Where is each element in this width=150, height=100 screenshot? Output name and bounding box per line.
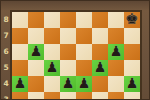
square-h4[interactable]: ♟: [124, 76, 140, 92]
square-g8[interactable]: [108, 12, 124, 28]
rank-label-4: 4: [1, 76, 11, 92]
black-pawn[interactable]: ♟: [60, 75, 76, 91]
black-pawn[interactable]: ♟: [44, 59, 60, 75]
square-b7[interactable]: [28, 28, 44, 44]
black-pawn[interactable]: ♟: [76, 75, 92, 91]
square-c5[interactable]: ♟: [44, 60, 60, 76]
square-e6[interactable]: [76, 44, 92, 60]
square-b4[interactable]: [28, 76, 44, 92]
black-pawn[interactable]: ♟: [92, 59, 108, 75]
black-pawn[interactable]: ♟: [12, 75, 28, 91]
square-g5[interactable]: [108, 60, 124, 76]
square-e3[interactable]: [76, 92, 92, 100]
square-f4[interactable]: [92, 76, 108, 92]
square-a5[interactable]: [12, 60, 28, 76]
square-a7[interactable]: [12, 28, 28, 44]
square-e5[interactable]: [76, 60, 92, 76]
square-b3[interactable]: [28, 92, 44, 100]
square-h8[interactable]: ♚: [124, 12, 140, 28]
rank-label-6: 6: [1, 44, 11, 60]
square-d7[interactable]: [60, 28, 76, 44]
rank-labels: 8 7 6 5 4 3: [1, 12, 11, 100]
rank-label-7: 7: [1, 28, 11, 44]
square-g4[interactable]: [108, 76, 124, 92]
square-c8[interactable]: [44, 12, 60, 28]
square-e8[interactable]: [76, 12, 92, 28]
square-f5[interactable]: ♟: [92, 60, 108, 76]
black-king[interactable]: ♚: [124, 12, 140, 27]
square-h5[interactable]: [124, 60, 140, 76]
square-g7[interactable]: [108, 28, 124, 44]
square-d8[interactable]: [60, 12, 76, 28]
square-h3[interactable]: [124, 92, 140, 100]
square-a4[interactable]: ♟: [12, 76, 28, 92]
black-pawn[interactable]: ♟: [28, 43, 44, 59]
square-g3[interactable]: [108, 92, 124, 100]
square-a6[interactable]: [12, 44, 28, 60]
square-h6[interactable]: [124, 44, 140, 60]
square-f6[interactable]: [92, 44, 108, 60]
square-b6[interactable]: ♟: [28, 44, 44, 60]
rank-label-8: 8: [1, 12, 11, 28]
square-a3[interactable]: [12, 92, 28, 100]
square-f7[interactable]: [92, 28, 108, 44]
square-d6[interactable]: [60, 44, 76, 60]
square-d4[interactable]: ♟: [60, 76, 76, 92]
square-a8[interactable]: [12, 12, 28, 28]
square-e4[interactable]: ♟: [76, 76, 92, 92]
square-c4[interactable]: [44, 76, 60, 92]
black-pawn[interactable]: ♟: [108, 43, 124, 59]
square-b5[interactable]: [28, 60, 44, 76]
chess-app-window: 8 7 6 5 4 3 ♚♟♟♟♟♟♟♟♟: [0, 0, 150, 100]
chess-board: ♚♟♟♟♟♟♟♟♟: [12, 12, 140, 100]
black-pawn[interactable]: ♟: [124, 75, 140, 91]
square-f8[interactable]: [92, 12, 108, 28]
rank-label-3: 3: [1, 92, 11, 100]
square-h7[interactable]: [124, 28, 140, 44]
square-c3[interactable]: [44, 92, 60, 100]
square-f3[interactable]: [92, 92, 108, 100]
square-g6[interactable]: ♟: [108, 44, 124, 60]
square-d5[interactable]: [60, 60, 76, 76]
rank-label-5: 5: [1, 60, 11, 76]
square-c6[interactable]: [44, 44, 60, 60]
square-c7[interactable]: [44, 28, 60, 44]
square-e7[interactable]: [76, 28, 92, 44]
square-b8[interactable]: [28, 12, 44, 28]
square-d3[interactable]: [60, 92, 76, 100]
